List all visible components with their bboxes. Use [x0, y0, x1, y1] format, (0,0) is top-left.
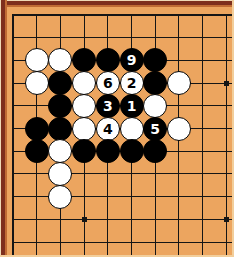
black-stone-move-1: 1	[120, 94, 144, 118]
white-stone	[167, 71, 191, 95]
white-stone	[72, 94, 96, 118]
black-stone	[25, 117, 49, 141]
black-stone	[96, 139, 120, 163]
frame-mid-left	[5, 0, 7, 257]
grid-line-horizontal	[12, 219, 234, 220]
black-stone	[120, 139, 144, 163]
white-stone	[48, 185, 72, 209]
black-stone-move-9: 9	[120, 48, 144, 72]
black-stone-move-3: 3	[96, 94, 120, 118]
white-stone	[25, 71, 49, 95]
grid-line-vertical	[202, 14, 203, 257]
go-board-diagram: 9623145	[0, 0, 234, 257]
star-point	[82, 217, 87, 222]
white-stone	[143, 94, 167, 118]
grid-line-horizontal	[12, 173, 234, 174]
grid-line-horizontal	[12, 14, 234, 16]
grid-line-horizontal	[12, 37, 234, 38]
white-stone-move-2: 2	[120, 71, 144, 95]
white-stone	[25, 48, 49, 72]
black-stone-move-5: 5	[143, 117, 167, 141]
white-stone-move-6: 6	[96, 71, 120, 95]
crop-edge-right	[232, 0, 234, 257]
black-stone	[25, 139, 49, 163]
star-point	[224, 81, 229, 86]
white-stone	[72, 117, 96, 141]
grid-line-horizontal	[12, 196, 234, 197]
grid-line-horizontal	[12, 242, 234, 243]
star-point	[224, 217, 229, 222]
white-stone	[72, 71, 96, 95]
frame-mid-top	[0, 5, 234, 7]
white-stone-move-4: 4	[96, 117, 120, 141]
grid-line-vertical	[12, 14, 14, 257]
black-stone	[48, 117, 72, 141]
white-stone	[120, 117, 144, 141]
white-stone	[167, 117, 191, 141]
